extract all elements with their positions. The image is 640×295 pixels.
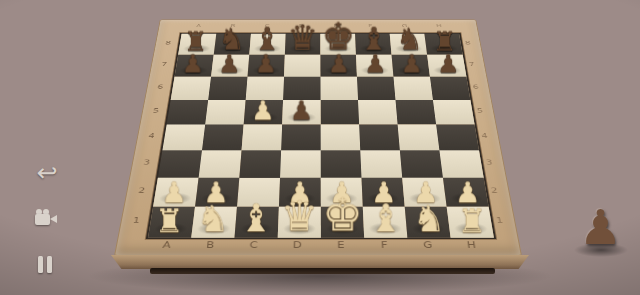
square-b3[interactable] [199, 150, 242, 177]
square-e3[interactable] [321, 150, 362, 177]
coord-label: H [449, 237, 495, 253]
game-controls-sidebar: ↩ [34, 160, 62, 295]
square-a3[interactable] [158, 150, 202, 177]
square-b1[interactable]: ♞ [191, 207, 237, 238]
coord-label: G [405, 237, 450, 253]
square-d3[interactable] [280, 150, 321, 177]
square-g5[interactable] [395, 100, 436, 125]
square-e1[interactable]: ♚ [321, 207, 364, 238]
coord-label: E [319, 237, 363, 253]
square-a4[interactable] [162, 124, 205, 150]
chess-board: ♜♞♝♛♚♝♞♜♟♟♟♟♟♟♟♟♟♟♟♟♟♟♟♟♜♞♝♛♚♝♞♜ [146, 33, 496, 239]
coord-label: D [275, 237, 319, 253]
board-scene: ABCDEFGH 87654321 87654321 ABCDEFGH ♜♞♝♛… [114, 0, 522, 256]
black-pawn-e7[interactable]: ♟ [328, 52, 350, 77]
board-under-shadow [150, 268, 495, 274]
white-rook-a1[interactable]: ♜ [155, 205, 184, 237]
coord-label: 6 [150, 76, 171, 99]
white-bishop-c1[interactable]: ♝ [239, 199, 273, 237]
square-h3[interactable] [439, 150, 483, 177]
square-h1[interactable]: ♜ [447, 207, 494, 238]
white-rook-h1[interactable]: ♜ [458, 205, 487, 237]
black-queen-d8[interactable]: ♛ [287, 21, 317, 55]
white-king-e1[interactable]: ♚ [322, 192, 363, 237]
square-c7[interactable]: ♟ [248, 55, 285, 77]
board-front-edge [111, 255, 529, 269]
square-c1[interactable]: ♝ [234, 207, 278, 238]
square-d8[interactable]: ♛ [285, 34, 321, 55]
square-h5[interactable] [433, 100, 475, 125]
square-h4[interactable] [436, 124, 479, 150]
square-a1[interactable]: ♜ [148, 207, 195, 238]
white-pawn-c5[interactable]: ♟ [251, 98, 275, 124]
square-g3[interactable] [400, 150, 443, 177]
undo-icon: ↩ [33, 160, 60, 186]
undo-button[interactable]: ↩ [34, 160, 60, 186]
square-c5[interactable]: ♟ [244, 100, 283, 125]
square-b7[interactable]: ♟ [211, 55, 249, 77]
square-c4[interactable] [242, 124, 283, 150]
square-f7[interactable]: ♟ [356, 55, 393, 77]
square-e7[interactable]: ♟ [320, 55, 357, 77]
square-e4[interactable] [321, 124, 361, 150]
coord-label: 1 [124, 205, 149, 236]
square-g7[interactable]: ♟ [392, 55, 430, 77]
white-knight-g1[interactable]: ♞ [413, 201, 446, 237]
square-b4[interactable] [202, 124, 244, 150]
coord-label: 4 [140, 123, 162, 149]
square-e5[interactable] [321, 100, 360, 125]
coord-label: C [231, 237, 276, 253]
square-c3[interactable] [239, 150, 281, 177]
square-h6[interactable] [430, 77, 470, 100]
square-d4[interactable] [281, 124, 321, 150]
square-f3[interactable] [360, 150, 402, 177]
square-a7[interactable]: ♟ [175, 55, 214, 77]
square-b6[interactable] [208, 77, 247, 100]
white-knight-b1[interactable]: ♞ [197, 201, 230, 237]
pause-button[interactable] [34, 252, 60, 278]
pause-icon [38, 256, 43, 273]
coord-label: 3 [135, 149, 158, 176]
board-frame: ABCDEFGH 87654321 87654321 ABCDEFGH ♜♞♝♛… [114, 20, 522, 256]
black-pawn-c7[interactable]: ♟ [255, 52, 277, 77]
square-g4[interactable] [398, 124, 440, 150]
square-d5[interactable]: ♟ [282, 100, 320, 125]
coord-label: A [143, 237, 189, 253]
file-labels-front: ABCDEFGH [143, 237, 494, 253]
black-pawn-h7[interactable]: ♟ [437, 52, 459, 77]
square-e6[interactable] [320, 77, 358, 100]
square-b5[interactable] [205, 100, 245, 125]
white-bishop-f1[interactable]: ♝ [369, 199, 403, 237]
coord-label: B [187, 237, 232, 253]
square-f6[interactable] [357, 77, 396, 100]
square-a6[interactable] [171, 77, 211, 100]
coord-label: 5 [145, 99, 167, 123]
square-g6[interactable] [393, 77, 432, 100]
coord-label: 2 [130, 176, 154, 205]
square-d7[interactable] [284, 55, 320, 77]
square-d1[interactable]: ♛ [278, 207, 321, 238]
off-board-black-pawn: ♟ [579, 203, 622, 251]
square-f4[interactable] [359, 124, 400, 150]
black-pawn-a7[interactable]: ♟ [182, 52, 204, 77]
coord-label: 8 [158, 33, 178, 54]
coord-label: F [362, 237, 407, 253]
square-a5[interactable] [167, 100, 209, 125]
white-queen-d1[interactable]: ♛ [281, 196, 318, 237]
black-pawn-f7[interactable]: ♟ [364, 52, 386, 77]
square-f1[interactable]: ♝ [363, 207, 408, 238]
black-pawn-d5[interactable]: ♟ [290, 98, 314, 124]
square-f5[interactable] [358, 100, 398, 125]
coord-label: 7 [154, 54, 174, 76]
black-pawn-g7[interactable]: ♟ [401, 52, 423, 77]
black-pawn-b7[interactable]: ♟ [218, 52, 240, 77]
camera-button[interactable] [34, 206, 60, 232]
square-g1[interactable]: ♞ [405, 207, 451, 238]
square-h7[interactable]: ♟ [427, 55, 466, 77]
